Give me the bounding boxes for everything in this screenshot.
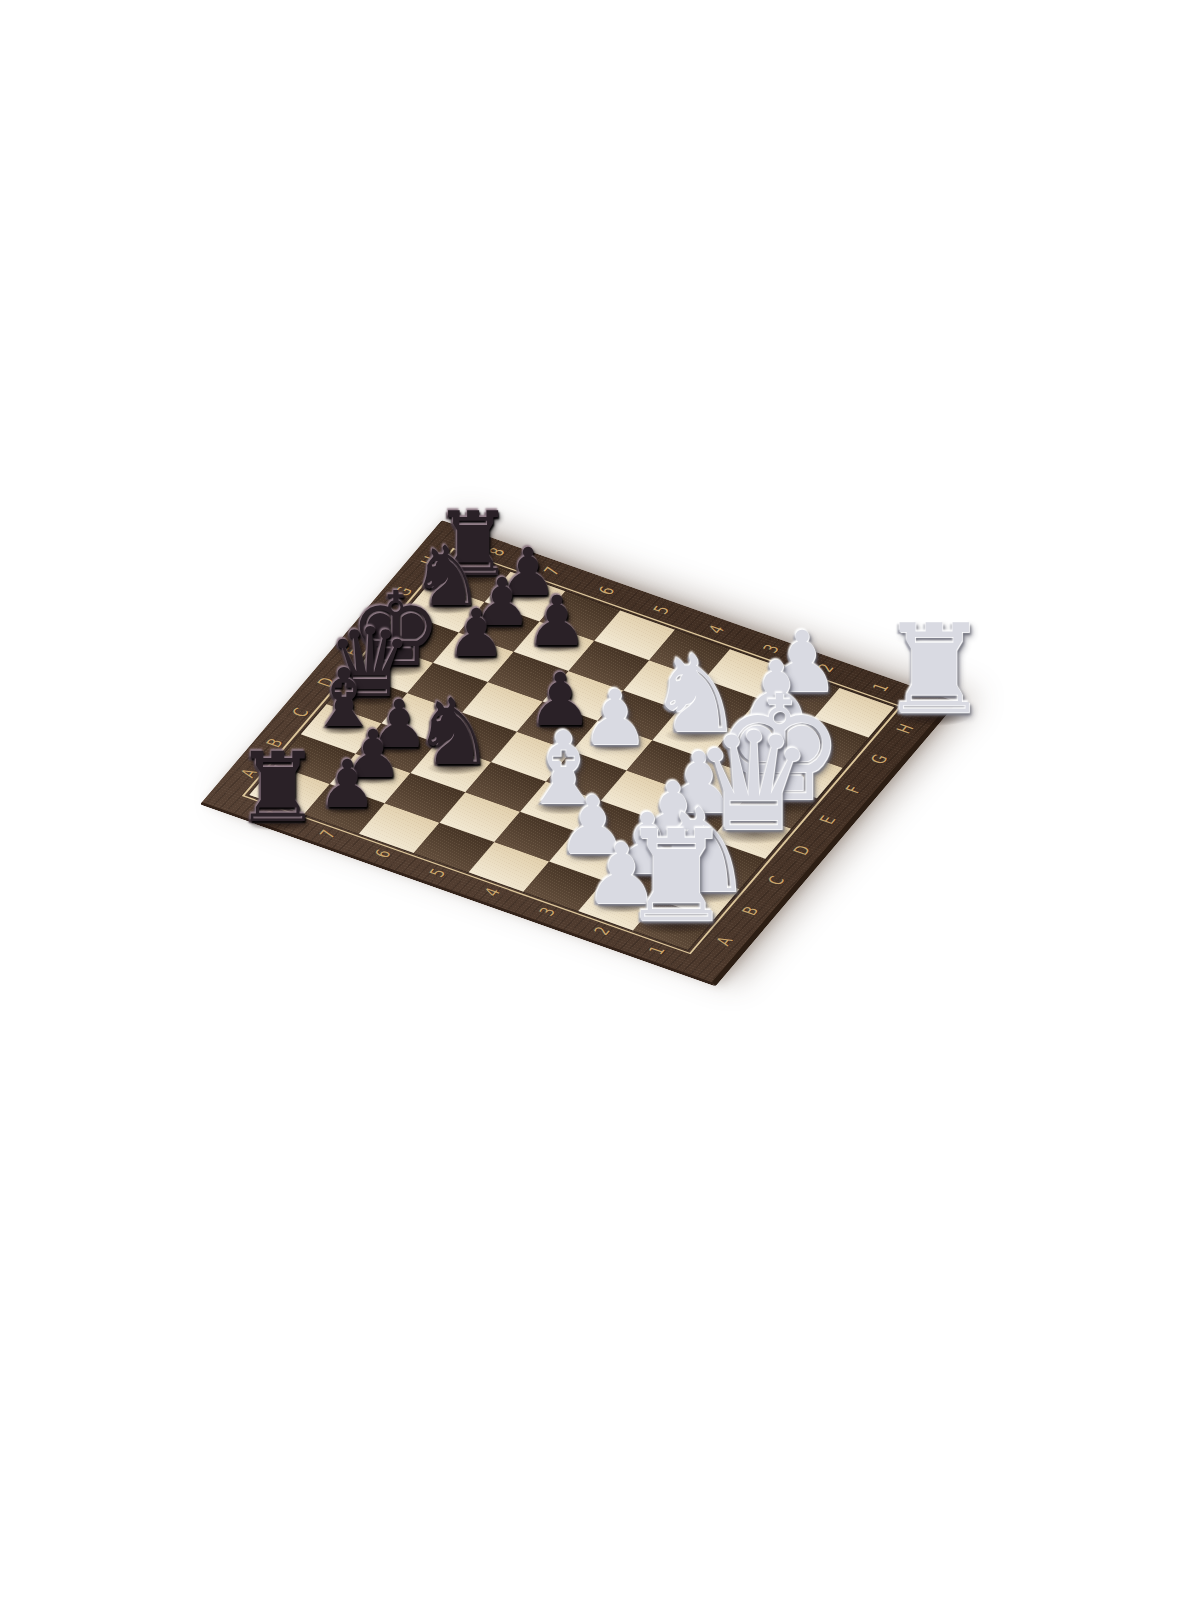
product-photo-canvas: AA88BB77CC66DD55EE44FF33GG22HH11 ♝♛♚♞♜♟♟… (0, 0, 1200, 1600)
file-label-bottom-b: B (737, 904, 762, 918)
rank-label-left-4: 4 (480, 886, 505, 899)
rank-label-right-6: 6 (594, 584, 619, 597)
file-label-bottom-d: D (789, 843, 815, 857)
rank-label-right-7: 7 (539, 565, 564, 578)
playing-field (249, 552, 894, 949)
file-label-top-f: F (366, 615, 390, 627)
file-label-top-g: G (391, 584, 417, 598)
file-label-top-e: E (340, 645, 365, 658)
rank-label-right-2: 2 (813, 661, 838, 674)
file-label-bottom-e: E (815, 813, 840, 826)
rank-label-right-4: 4 (704, 623, 729, 636)
file-label-top-h: H (416, 554, 442, 568)
rank-label-left-1: 1 (644, 944, 669, 957)
file-label-top-b: B (262, 736, 287, 750)
rank-label-right-1: 1 (868, 681, 893, 694)
file-label-bottom-a: A (712, 934, 737, 947)
rank-label-left-5: 5 (425, 866, 450, 879)
rank-label-right-8: 8 (484, 545, 509, 558)
file-label-bottom-g: G (866, 752, 892, 766)
file-label-bottom-c: C (763, 874, 788, 888)
file-label-bottom-f: F (841, 783, 865, 795)
rank-label-left-6: 6 (370, 847, 395, 860)
rank-label-left-2: 2 (590, 924, 615, 937)
rank-label-right-3: 3 (759, 642, 784, 655)
rank-label-right-5: 5 (649, 603, 674, 616)
file-label-bottom-h: H (892, 722, 918, 736)
rank-label-left-7: 7 (315, 828, 340, 841)
rank-label-left-3: 3 (535, 905, 560, 918)
rank-label-left-8: 8 (261, 808, 286, 821)
file-label-top-c: C (288, 706, 313, 720)
file-label-top-d: D (313, 675, 339, 689)
chess-board: AA88BB77CC66DD55EE44FF33GG22HH11 (200, 520, 958, 986)
file-label-top-a: A (236, 766, 261, 779)
